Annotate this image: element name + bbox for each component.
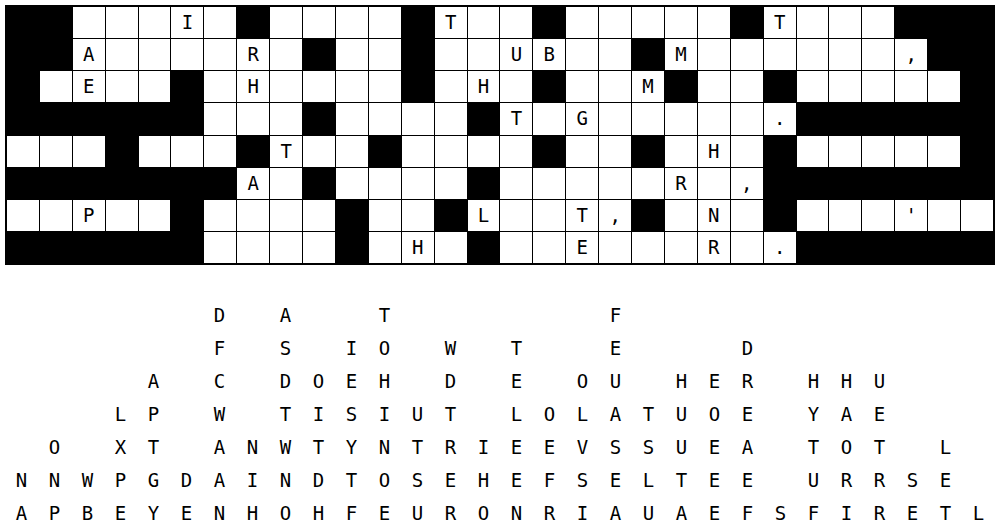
bank-letter: E (698, 497, 731, 525)
black-cell (961, 103, 993, 134)
empty-cell[interactable] (402, 200, 434, 231)
bank-empty (797, 299, 830, 332)
empty-cell[interactable] (270, 168, 302, 199)
bank-letter: E (533, 431, 566, 464)
empty-cell[interactable] (336, 168, 368, 199)
black-cell (895, 168, 927, 199)
bank-letter: D (170, 464, 203, 497)
empty-cell[interactable] (895, 136, 927, 167)
bank-empty (962, 332, 995, 365)
black-cell (73, 232, 105, 263)
prefilled-cell: T (270, 136, 302, 167)
empty-cell[interactable] (402, 168, 434, 199)
bank-empty (170, 431, 203, 464)
empty-cell[interactable] (204, 200, 236, 231)
bank-empty (764, 299, 797, 332)
empty-cell[interactable] (270, 232, 302, 263)
bank-letter: I (566, 497, 599, 525)
empty-cell[interactable] (500, 168, 532, 199)
prefilled-cell: E (566, 232, 598, 263)
prefilled-cell: I (171, 7, 203, 38)
bank-empty (71, 332, 104, 365)
empty-cell[interactable] (731, 71, 763, 102)
bank-letter: N (5, 464, 38, 497)
empty-cell[interactable] (533, 200, 565, 231)
empty-cell[interactable] (237, 103, 269, 134)
bank-letter: D (302, 464, 335, 497)
empty-cell[interactable] (270, 103, 302, 134)
empty-cell[interactable] (698, 103, 730, 134)
black-cell (402, 7, 434, 38)
empty-cell[interactable] (303, 136, 335, 167)
black-cell (7, 168, 39, 199)
bank-empty (467, 332, 500, 365)
empty-cell[interactable] (731, 39, 763, 70)
empty-cell[interactable] (435, 232, 467, 263)
empty-cell[interactable] (369, 7, 401, 38)
empty-cell[interactable] (599, 136, 631, 167)
black-cell (764, 200, 796, 231)
empty-cell[interactable] (139, 71, 171, 102)
empty-cell[interactable] (204, 39, 236, 70)
empty-cell[interactable] (468, 39, 500, 70)
empty-cell[interactable] (665, 103, 697, 134)
bank-empty (896, 365, 929, 398)
empty-cell[interactable] (468, 7, 500, 38)
bank-empty (665, 299, 698, 332)
empty-cell[interactable] (40, 200, 72, 231)
bank-letter: E (896, 497, 929, 525)
empty-cell[interactable] (731, 232, 763, 263)
black-cell (764, 71, 796, 102)
prefilled-cell: N (698, 200, 730, 231)
black-cell (961, 136, 993, 167)
black-cell (829, 103, 861, 134)
bank-letter: T (302, 431, 335, 464)
empty-cell[interactable] (7, 200, 39, 231)
empty-cell[interactable] (500, 7, 532, 38)
bank-empty (104, 332, 137, 365)
empty-cell[interactable] (632, 232, 664, 263)
empty-cell[interactable] (500, 136, 532, 167)
empty-cell[interactable] (369, 39, 401, 70)
bank-letter: T (797, 431, 830, 464)
empty-cell[interactable] (665, 232, 697, 263)
bank-letter: U (401, 497, 434, 525)
empty-cell[interactable] (632, 103, 664, 134)
bank-letter: P (137, 398, 170, 431)
prefilled-cell: , (895, 39, 927, 70)
empty-cell[interactable] (665, 200, 697, 231)
prefilled-cell: P (73, 200, 105, 231)
empty-cell[interactable] (665, 7, 697, 38)
empty-cell[interactable] (500, 200, 532, 231)
empty-cell[interactable] (435, 103, 467, 134)
prefilled-cell: H (402, 232, 434, 263)
bank-letter: T (335, 464, 368, 497)
black-cell (665, 71, 697, 102)
empty-cell[interactable] (862, 7, 894, 38)
empty-cell[interactable] (928, 136, 960, 167)
empty-cell[interactable] (204, 7, 236, 38)
prefilled-cell: U (500, 39, 532, 70)
empty-cell[interactable] (829, 71, 861, 102)
bank-empty (962, 464, 995, 497)
bank-letter: A (203, 431, 236, 464)
bank-letter: T (929, 497, 962, 525)
empty-cell[interactable] (862, 136, 894, 167)
empty-cell[interactable] (303, 7, 335, 38)
empty-cell[interactable] (270, 200, 302, 231)
black-cell (237, 7, 269, 38)
bank-letter: S (401, 464, 434, 497)
bank-letter: V (566, 431, 599, 464)
empty-cell[interactable] (369, 103, 401, 134)
empty-cell[interactable] (435, 168, 467, 199)
black-cell (797, 103, 829, 134)
empty-cell[interactable] (139, 200, 171, 231)
empty-cell[interactable] (731, 136, 763, 167)
black-cell (632, 39, 664, 70)
empty-cell[interactable] (698, 71, 730, 102)
bank-letter: F (203, 332, 236, 365)
empty-cell[interactable] (862, 200, 894, 231)
prefilled-cell: H (237, 71, 269, 102)
empty-cell[interactable] (566, 136, 598, 167)
bank-letter: W (269, 431, 302, 464)
bank-letter: U (797, 464, 830, 497)
prefilled-cell: R (665, 168, 697, 199)
bank-empty (5, 431, 38, 464)
letter-bank: DATFFSIOWTEDACDOEHDEOUHERHHULPWTISIUTLOL… (5, 299, 995, 525)
bank-letter: I (236, 464, 269, 497)
bank-letter: A (599, 398, 632, 431)
empty-cell[interactable] (928, 200, 960, 231)
empty-cell[interactable] (797, 7, 829, 38)
bank-empty (401, 365, 434, 398)
black-cell (7, 232, 39, 263)
empty-cell[interactable] (106, 7, 138, 38)
empty-cell[interactable] (632, 7, 664, 38)
empty-cell[interactable] (204, 103, 236, 134)
empty-cell[interactable] (500, 232, 532, 263)
black-cell (961, 39, 993, 70)
empty-cell[interactable] (40, 136, 72, 167)
empty-cell[interactable] (829, 136, 861, 167)
black-cell (40, 232, 72, 263)
black-cell (928, 39, 960, 70)
black-cell (73, 103, 105, 134)
bank-letter: D (269, 365, 302, 398)
black-cell (303, 103, 335, 134)
empty-cell[interactable] (303, 71, 335, 102)
empty-cell[interactable] (171, 39, 203, 70)
empty-cell[interactable] (829, 7, 861, 38)
empty-cell[interactable] (797, 39, 829, 70)
bank-letter: N (500, 497, 533, 525)
bank-empty (896, 332, 929, 365)
black-cell (7, 71, 39, 102)
bank-letter: W (203, 398, 236, 431)
empty-cell[interactable] (599, 71, 631, 102)
bank-letter: O (302, 365, 335, 398)
bank-letter: U (665, 398, 698, 431)
empty-cell[interactable] (599, 232, 631, 263)
bank-letter: L (104, 398, 137, 431)
black-cell (533, 7, 565, 38)
black-cell (336, 232, 368, 263)
bank-letter: P (104, 464, 137, 497)
bank-letter: Y (335, 431, 368, 464)
black-cell (106, 103, 138, 134)
bank-empty (533, 365, 566, 398)
bank-letter: F (797, 497, 830, 525)
empty-cell[interactable] (731, 103, 763, 134)
bank-letter: T (632, 398, 665, 431)
prefilled-cell: M (632, 71, 664, 102)
empty-cell[interactable] (895, 71, 927, 102)
prefilled-cell: T (435, 7, 467, 38)
empty-cell[interactable] (106, 200, 138, 231)
empty-cell[interactable] (533, 232, 565, 263)
empty-cell[interactable] (698, 168, 730, 199)
bank-letter: I (302, 398, 335, 431)
empty-cell[interactable] (270, 71, 302, 102)
bank-letter: P (38, 497, 71, 525)
bank-letter: L (962, 497, 995, 525)
empty-cell[interactable] (500, 71, 532, 102)
puzzle-grid: ITTARUBM,EHHMTG.THAR,PLT,N'HER. (5, 5, 995, 265)
bank-empty (38, 332, 71, 365)
empty-cell[interactable] (139, 7, 171, 38)
prefilled-cell: A (73, 39, 105, 70)
bank-empty (698, 332, 731, 365)
empty-cell[interactable] (928, 71, 960, 102)
bank-letter: H (467, 464, 500, 497)
empty-cell[interactable] (171, 136, 203, 167)
bank-empty (170, 365, 203, 398)
empty-cell[interactable] (73, 136, 105, 167)
black-cell (139, 103, 171, 134)
empty-cell[interactable] (862, 71, 894, 102)
bank-empty (929, 398, 962, 431)
prefilled-cell: A (237, 168, 269, 199)
black-cell (961, 232, 993, 263)
black-cell (928, 103, 960, 134)
empty-cell[interactable] (73, 7, 105, 38)
prefilled-cell: . (764, 232, 796, 263)
black-cell (797, 232, 829, 263)
empty-cell[interactable] (270, 7, 302, 38)
black-cell (961, 71, 993, 102)
empty-cell[interactable] (599, 168, 631, 199)
bank-letter: T (269, 398, 302, 431)
empty-cell[interactable] (303, 200, 335, 231)
black-cell (435, 200, 467, 231)
empty-cell[interactable] (829, 200, 861, 231)
bank-empty (71, 365, 104, 398)
empty-cell[interactable] (435, 136, 467, 167)
bank-empty (632, 365, 665, 398)
empty-cell[interactable] (402, 103, 434, 134)
empty-cell[interactable] (369, 168, 401, 199)
bank-letter: S (566, 464, 599, 497)
empty-cell[interactable] (40, 71, 72, 102)
empty-cell[interactable] (566, 168, 598, 199)
black-cell (40, 7, 72, 38)
empty-cell[interactable] (435, 71, 467, 102)
empty-cell[interactable] (566, 71, 598, 102)
bank-letter: A (269, 299, 302, 332)
bank-empty (38, 398, 71, 431)
empty-cell[interactable] (764, 39, 796, 70)
empty-cell[interactable] (139, 136, 171, 167)
empty-cell[interactable] (599, 103, 631, 134)
bank-letter: H (302, 497, 335, 525)
bank-letter: A (665, 497, 698, 525)
bank-empty (170, 332, 203, 365)
empty-cell[interactable] (961, 200, 993, 231)
prefilled-cell: B (533, 39, 565, 70)
black-cell (764, 136, 796, 167)
empty-cell[interactable] (566, 7, 598, 38)
bank-empty (566, 332, 599, 365)
empty-cell[interactable] (533, 168, 565, 199)
empty-cell[interactable] (336, 103, 368, 134)
bank-empty (236, 299, 269, 332)
bank-letter: R (434, 497, 467, 525)
bank-letter: A (203, 464, 236, 497)
black-cell (895, 103, 927, 134)
bank-letter: I (368, 398, 401, 431)
empty-cell[interactable] (468, 136, 500, 167)
bank-letter: T (368, 299, 401, 332)
bank-letter: A (5, 497, 38, 525)
black-cell (928, 7, 960, 38)
bank-letter: O (698, 398, 731, 431)
bank-letter: W (434, 332, 467, 365)
empty-cell[interactable] (369, 200, 401, 231)
empty-cell[interactable] (336, 7, 368, 38)
empty-cell[interactable] (566, 39, 598, 70)
bank-letter: E (929, 464, 962, 497)
empty-cell[interactable] (698, 7, 730, 38)
bank-empty (533, 332, 566, 365)
bank-empty (467, 365, 500, 398)
black-cell (171, 200, 203, 231)
bank-empty (962, 365, 995, 398)
bank-letter: E (599, 464, 632, 497)
empty-cell[interactable] (402, 136, 434, 167)
empty-cell[interactable] (303, 232, 335, 263)
bank-letter: E (104, 497, 137, 525)
bank-empty (863, 332, 896, 365)
empty-cell[interactable] (336, 136, 368, 167)
prefilled-cell: H (468, 71, 500, 102)
empty-cell[interactable] (533, 103, 565, 134)
black-cell (171, 232, 203, 263)
empty-cell[interactable] (632, 168, 664, 199)
empty-cell[interactable] (139, 39, 171, 70)
empty-cell[interactable] (599, 7, 631, 38)
empty-cell[interactable] (797, 136, 829, 167)
bank-letter: N (368, 431, 401, 464)
bank-letter: E (500, 431, 533, 464)
bank-letter: U (401, 398, 434, 431)
bank-letter: D (731, 332, 764, 365)
black-cell (73, 168, 105, 199)
empty-cell[interactable] (204, 232, 236, 263)
empty-cell[interactable] (731, 200, 763, 231)
bank-empty (5, 365, 38, 398)
bank-empty (104, 299, 137, 332)
bank-empty (764, 398, 797, 431)
black-cell (632, 136, 664, 167)
bank-empty (764, 464, 797, 497)
empty-cell[interactable] (862, 39, 894, 70)
empty-cell[interactable] (369, 232, 401, 263)
empty-cell[interactable] (435, 39, 467, 70)
bank-letter: T (137, 431, 170, 464)
empty-cell[interactable] (336, 71, 368, 102)
empty-cell[interactable] (204, 71, 236, 102)
black-cell (829, 232, 861, 263)
empty-cell[interactable] (599, 39, 631, 70)
black-cell (139, 168, 171, 199)
empty-cell[interactable] (7, 136, 39, 167)
bank-letter: E (500, 365, 533, 398)
empty-cell[interactable] (204, 136, 236, 167)
bank-letter: E (434, 464, 467, 497)
empty-cell[interactable] (106, 71, 138, 102)
bank-letter: U (632, 497, 665, 525)
black-cell (829, 168, 861, 199)
prefilled-cell: ' (895, 200, 927, 231)
black-cell (204, 168, 236, 199)
bank-letter: I (830, 497, 863, 525)
empty-cell[interactable] (698, 39, 730, 70)
bank-letter: F (599, 299, 632, 332)
prefilled-cell: R (698, 232, 730, 263)
bank-letter: D (203, 299, 236, 332)
bank-letter: T (401, 431, 434, 464)
bank-empty (401, 299, 434, 332)
empty-cell[interactable] (237, 232, 269, 263)
bank-letter: L (929, 431, 962, 464)
empty-cell[interactable] (369, 71, 401, 102)
black-cell (961, 168, 993, 199)
empty-cell[interactable] (106, 39, 138, 70)
empty-cell[interactable] (336, 39, 368, 70)
bank-letter: E (500, 464, 533, 497)
empty-cell[interactable] (270, 39, 302, 70)
bank-letter: T (434, 398, 467, 431)
prefilled-cell: R (237, 39, 269, 70)
bank-empty (896, 431, 929, 464)
bank-letter: F (533, 464, 566, 497)
bank-empty (71, 431, 104, 464)
empty-cell[interactable] (797, 71, 829, 102)
empty-cell[interactable] (797, 200, 829, 231)
prefilled-cell: G (566, 103, 598, 134)
black-cell (303, 168, 335, 199)
empty-cell[interactable] (665, 136, 697, 167)
empty-cell[interactable] (829, 39, 861, 70)
bank-letter: N (236, 431, 269, 464)
empty-cell[interactable] (237, 200, 269, 231)
bank-letter: L (632, 464, 665, 497)
bank-empty (830, 299, 863, 332)
